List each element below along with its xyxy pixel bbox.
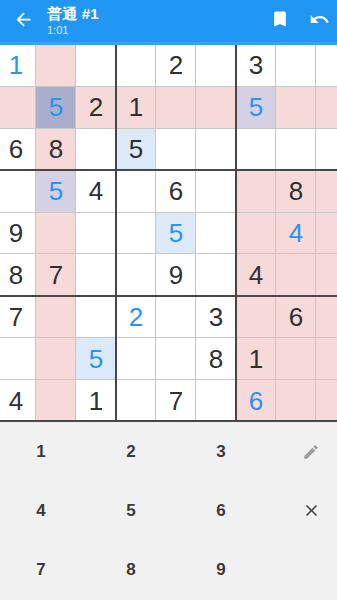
app-bar: 普通 #1 1:01 <box>0 0 337 42</box>
cell-r1c8[interactable] <box>276 45 316 87</box>
cell-r3c6[interactable] <box>196 129 236 171</box>
page-title: 普通 #1 <box>47 5 253 23</box>
undo-icon <box>309 9 330 34</box>
numpad-key-2[interactable]: 2 <box>86 422 176 481</box>
pencil-icon <box>302 443 320 461</box>
cell-r6c8[interactable] <box>276 254 316 296</box>
cell-r8c9[interactable] <box>316 338 337 380</box>
cell-r5c4[interactable] <box>116 213 156 255</box>
cell-r4c5[interactable]: 6 <box>156 171 196 213</box>
cell-r4c8[interactable]: 8 <box>276 171 316 213</box>
close-icon <box>302 501 321 520</box>
cell-r1c4[interactable] <box>116 45 156 87</box>
cell-r8c5[interactable] <box>156 338 196 380</box>
cell-r5c2[interactable] <box>36 213 76 255</box>
sudoku-board-viewport: 12352156855468954879472365814176 <box>0 45 337 422</box>
cell-r3c7[interactable] <box>236 129 276 171</box>
cell-r7c8[interactable]: 6 <box>276 296 316 338</box>
cell-r1c1[interactable]: 1 <box>0 45 36 87</box>
cell-r8c3[interactable]: 5 <box>76 338 116 380</box>
cell-r3c3[interactable] <box>76 129 116 171</box>
numpad-key-7[interactable]: 7 <box>0 541 86 600</box>
cell-r7c1[interactable]: 7 <box>0 296 36 338</box>
cell-r2c5[interactable] <box>156 87 196 129</box>
cell-r6c9[interactable] <box>316 254 337 296</box>
cell-r4c2[interactable]: 5 <box>36 171 76 213</box>
cell-r2c1[interactable] <box>0 87 36 129</box>
cell-r2c6[interactable] <box>196 87 236 129</box>
cell-r1c6[interactable] <box>196 45 236 87</box>
cell-r3c1[interactable]: 6 <box>0 129 36 171</box>
cell-r1c3[interactable] <box>76 45 116 87</box>
cell-r4c3[interactable]: 4 <box>76 171 116 213</box>
cell-r6c7[interactable]: 4 <box>236 254 276 296</box>
cell-r9c5[interactable]: 7 <box>156 380 196 422</box>
numpad-key-5[interactable]: 5 <box>86 481 176 540</box>
cell-r6c5[interactable]: 9 <box>156 254 196 296</box>
cell-r5c6[interactable] <box>196 213 236 255</box>
cell-r5c8[interactable]: 4 <box>276 213 316 255</box>
numpad-key-6[interactable]: 6 <box>176 481 266 540</box>
numpad-grid: 123456789 <box>0 422 337 600</box>
cell-r7c5[interactable] <box>156 296 196 338</box>
cell-r3c2[interactable]: 8 <box>36 129 76 171</box>
cell-r7c6[interactable]: 3 <box>196 296 236 338</box>
pencil-button[interactable] <box>266 422 337 481</box>
bookmark-button[interactable] <box>268 9 292 33</box>
cell-r1c5[interactable]: 2 <box>156 45 196 87</box>
cell-r4c7[interactable] <box>236 171 276 213</box>
cell-r6c6[interactable] <box>196 254 236 296</box>
cell-r9c4[interactable] <box>116 380 156 422</box>
cell-r7c7[interactable] <box>236 296 276 338</box>
numpad-key-9[interactable]: 9 <box>176 541 266 600</box>
bookmark-icon <box>270 9 290 33</box>
back-button[interactable] <box>10 8 36 34</box>
numpad-key-1[interactable]: 1 <box>0 422 86 481</box>
cell-r8c8[interactable] <box>276 338 316 380</box>
cell-r7c2[interactable] <box>36 296 76 338</box>
cell-r8c2[interactable] <box>36 338 76 380</box>
cell-r7c9[interactable] <box>316 296 337 338</box>
cell-r9c6[interactable] <box>196 380 236 422</box>
cell-r8c1[interactable] <box>0 338 36 380</box>
back-arrow-icon <box>13 9 34 34</box>
title-block: 普通 #1 1:01 <box>47 5 253 37</box>
numpad-key-8[interactable]: 8 <box>86 541 176 600</box>
numpad-spacer <box>266 541 337 600</box>
cell-r3c4[interactable]: 5 <box>116 129 156 171</box>
cell-r9c9[interactable] <box>316 380 337 422</box>
cell-r1c2[interactable] <box>36 45 76 87</box>
cell-r8c6[interactable]: 8 <box>196 338 236 380</box>
cell-r7c4[interactable]: 2 <box>116 296 156 338</box>
cell-r8c4[interactable] <box>116 338 156 380</box>
cell-r3c8[interactable] <box>276 129 316 171</box>
cell-r2c3[interactable]: 2 <box>76 87 116 129</box>
cell-r4c6[interactable] <box>196 171 236 213</box>
undo-button[interactable] <box>307 9 331 33</box>
cell-r5c7[interactable] <box>236 213 276 255</box>
cell-r5c9[interactable] <box>316 213 337 255</box>
cell-r4c4[interactable] <box>116 171 156 213</box>
numpad: 123456789 <box>0 422 337 600</box>
numpad-key-4[interactable]: 4 <box>0 481 86 540</box>
cell-r6c3[interactable] <box>76 254 116 296</box>
sudoku-app-screen: 普通 #1 1:01 12352156855468954879472365814… <box>0 0 337 600</box>
cell-r9c7[interactable]: 6 <box>236 380 276 422</box>
cell-r3c5[interactable] <box>156 129 196 171</box>
cell-r9c2[interactable] <box>36 380 76 422</box>
cell-r6c2[interactable]: 7 <box>36 254 76 296</box>
sudoku-board: 12352156855468954879472365814176 <box>0 45 337 422</box>
cell-r3c9[interactable] <box>316 129 337 171</box>
cell-r4c1[interactable] <box>0 171 36 213</box>
cell-r1c9[interactable] <box>316 45 337 87</box>
cell-r4c9[interactable] <box>316 171 337 213</box>
cell-r2c9[interactable] <box>316 87 337 129</box>
cell-r5c1[interactable]: 9 <box>0 213 36 255</box>
cell-r2c8[interactable] <box>276 87 316 129</box>
cell-r2c2[interactable]: 5 <box>36 87 76 129</box>
cell-r6c1[interactable]: 8 <box>0 254 36 296</box>
cell-r9c1[interactable]: 4 <box>0 380 36 422</box>
cell-r2c4[interactable]: 1 <box>116 87 156 129</box>
cell-r2c7[interactable]: 5 <box>236 87 276 129</box>
cell-r6c4[interactable] <box>116 254 156 296</box>
cell-r1c7[interactable]: 3 <box>236 45 276 87</box>
cell-r8c7[interactable]: 1 <box>236 338 276 380</box>
cell-r9c3[interactable]: 1 <box>76 380 116 422</box>
cell-r9c8[interactable] <box>276 380 316 422</box>
cell-r5c5[interactable]: 5 <box>156 213 196 255</box>
numpad-key-3[interactable]: 3 <box>176 422 266 481</box>
erase-button[interactable] <box>266 481 337 540</box>
cell-r5c3[interactable] <box>76 213 116 255</box>
game-timer: 1:01 <box>47 24 253 37</box>
cell-r7c3[interactable] <box>76 296 116 338</box>
